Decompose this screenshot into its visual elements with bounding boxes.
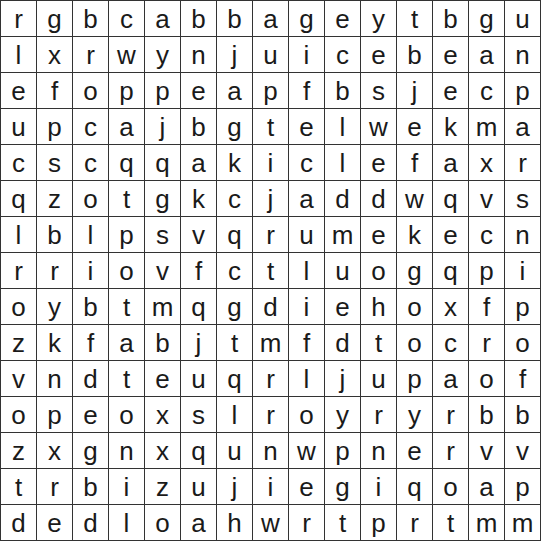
grid-cell[interactable]: e bbox=[397, 433, 432, 468]
grid-cell[interactable]: a bbox=[505, 109, 540, 144]
grid-cell[interactable]: p bbox=[505, 469, 540, 504]
grid-cell[interactable]: e bbox=[361, 37, 396, 72]
grid-cell[interactable]: c bbox=[289, 145, 324, 180]
grid-cell[interactable]: u bbox=[217, 433, 252, 468]
grid-cell[interactable]: r bbox=[253, 361, 288, 396]
grid-cell[interactable]: b bbox=[325, 73, 360, 108]
grid-cell[interactable]: x bbox=[145, 433, 180, 468]
grid-cell[interactable]: x bbox=[433, 289, 468, 324]
grid-cell[interactable]: q bbox=[217, 217, 252, 252]
grid-cell[interactable]: c bbox=[325, 37, 360, 72]
grid-cell[interactable]: r bbox=[1, 1, 36, 36]
grid-cell[interactable]: i bbox=[361, 469, 396, 504]
grid-cell[interactable]: b bbox=[145, 325, 180, 360]
grid-cell[interactable]: m bbox=[505, 505, 540, 540]
grid-cell[interactable]: a bbox=[289, 181, 324, 216]
grid-cell[interactable]: s bbox=[145, 217, 180, 252]
grid-cell[interactable]: t bbox=[433, 505, 468, 540]
grid-cell[interactable]: e bbox=[289, 109, 324, 144]
grid-cell[interactable]: r bbox=[289, 505, 324, 540]
grid-cell[interactable]: q bbox=[1, 181, 36, 216]
grid-cell[interactable]: x bbox=[469, 145, 504, 180]
grid-cell[interactable]: t bbox=[109, 181, 144, 216]
grid-cell[interactable]: p bbox=[109, 217, 144, 252]
grid-cell[interactable]: g bbox=[73, 433, 108, 468]
grid-cell[interactable]: k bbox=[37, 325, 72, 360]
grid-cell[interactable]: o bbox=[397, 325, 432, 360]
grid-cell[interactable]: d bbox=[73, 361, 108, 396]
grid-cell[interactable]: b bbox=[181, 1, 216, 36]
grid-cell[interactable]: r bbox=[37, 469, 72, 504]
grid-cell[interactable]: q bbox=[145, 145, 180, 180]
grid-cell[interactable]: c bbox=[1, 145, 36, 180]
grid-cell[interactable]: v bbox=[145, 253, 180, 288]
grid-cell[interactable]: o bbox=[469, 361, 504, 396]
grid-cell[interactable]: a bbox=[109, 325, 144, 360]
grid-cell[interactable]: j bbox=[217, 37, 252, 72]
grid-cell[interactable]: l bbox=[73, 217, 108, 252]
grid-cell[interactable]: b bbox=[73, 469, 108, 504]
grid-cell[interactable]: l bbox=[1, 217, 36, 252]
grid-cell[interactable]: a bbox=[181, 145, 216, 180]
grid-cell[interactable]: b bbox=[505, 397, 540, 432]
grid-cell[interactable]: a bbox=[181, 505, 216, 540]
grid-cell[interactable]: b bbox=[73, 289, 108, 324]
grid-cell[interactable]: j bbox=[181, 325, 216, 360]
grid-cell[interactable]: o bbox=[73, 181, 108, 216]
grid-cell[interactable]: a bbox=[433, 361, 468, 396]
grid-cell[interactable]: e bbox=[289, 469, 324, 504]
grid-cell[interactable]: r bbox=[1, 253, 36, 288]
grid-cell[interactable]: i bbox=[253, 145, 288, 180]
grid-cell[interactable]: r bbox=[433, 433, 468, 468]
grid-cell[interactable]: e bbox=[1, 73, 36, 108]
grid-cell[interactable]: t bbox=[361, 325, 396, 360]
grid-cell[interactable]: b bbox=[73, 1, 108, 36]
grid-cell[interactable]: e bbox=[433, 37, 468, 72]
grid-cell[interactable]: g bbox=[37, 1, 72, 36]
grid-cell[interactable]: c bbox=[469, 73, 504, 108]
grid-cell[interactable]: o bbox=[505, 325, 540, 360]
grid-cell[interactable]: f bbox=[181, 253, 216, 288]
grid-cell[interactable]: e bbox=[361, 217, 396, 252]
grid-cell[interactable]: f bbox=[397, 145, 432, 180]
grid-cell[interactable]: r bbox=[397, 505, 432, 540]
grid-cell[interactable]: i bbox=[289, 37, 324, 72]
grid-cell[interactable]: c bbox=[469, 217, 504, 252]
grid-cell[interactable]: c bbox=[73, 145, 108, 180]
grid-cell[interactable]: q bbox=[181, 289, 216, 324]
grid-cell[interactable]: u bbox=[1, 109, 36, 144]
grid-cell[interactable]: p bbox=[361, 505, 396, 540]
grid-cell[interactable]: w bbox=[253, 505, 288, 540]
grid-cell[interactable]: y bbox=[37, 289, 72, 324]
grid-cell[interactable]: g bbox=[145, 181, 180, 216]
grid-cell[interactable]: w bbox=[397, 181, 432, 216]
grid-cell[interactable]: s bbox=[361, 73, 396, 108]
grid-cell[interactable]: m bbox=[145, 289, 180, 324]
grid-cell[interactable]: e bbox=[361, 145, 396, 180]
grid-cell[interactable]: f bbox=[289, 73, 324, 108]
grid-cell[interactable]: r bbox=[253, 217, 288, 252]
grid-cell[interactable]: p bbox=[505, 289, 540, 324]
grid-cell[interactable]: f bbox=[469, 289, 504, 324]
grid-cell[interactable]: u bbox=[253, 37, 288, 72]
grid-cell[interactable]: e bbox=[325, 1, 360, 36]
grid-cell[interactable]: z bbox=[145, 469, 180, 504]
grid-cell[interactable]: g bbox=[469, 1, 504, 36]
grid-cell[interactable]: q bbox=[217, 361, 252, 396]
grid-cell[interactable]: g bbox=[325, 469, 360, 504]
grid-cell[interactable]: a bbox=[469, 469, 504, 504]
grid-cell[interactable]: w bbox=[361, 109, 396, 144]
grid-cell[interactable]: n bbox=[181, 37, 216, 72]
grid-cell[interactable]: g bbox=[217, 109, 252, 144]
grid-cell[interactable]: h bbox=[217, 505, 252, 540]
grid-cell[interactable]: n bbox=[505, 217, 540, 252]
grid-cell[interactable]: o bbox=[433, 469, 468, 504]
grid-cell[interactable]: i bbox=[109, 469, 144, 504]
grid-cell[interactable]: m bbox=[253, 325, 288, 360]
grid-cell[interactable]: o bbox=[109, 253, 144, 288]
grid-cell[interactable]: e bbox=[325, 289, 360, 324]
grid-cell[interactable]: y bbox=[397, 397, 432, 432]
grid-cell[interactable]: u bbox=[361, 361, 396, 396]
grid-cell[interactable]: l bbox=[325, 109, 360, 144]
grid-cell[interactable]: t bbox=[109, 289, 144, 324]
grid-cell[interactable]: q bbox=[109, 145, 144, 180]
grid-cell[interactable]: r bbox=[433, 397, 468, 432]
grid-cell[interactable]: a bbox=[469, 37, 504, 72]
grid-cell[interactable]: v bbox=[181, 217, 216, 252]
grid-cell[interactable]: a bbox=[217, 73, 252, 108]
grid-cell[interactable]: o bbox=[361, 253, 396, 288]
grid-cell[interactable]: u bbox=[325, 253, 360, 288]
grid-cell[interactable]: k bbox=[397, 217, 432, 252]
grid-cell[interactable]: g bbox=[289, 1, 324, 36]
grid-cell[interactable]: r bbox=[253, 397, 288, 432]
grid-cell[interactable]: y bbox=[145, 37, 180, 72]
grid-cell[interactable]: d bbox=[361, 181, 396, 216]
grid-cell[interactable]: a bbox=[253, 1, 288, 36]
grid-cell[interactable]: n bbox=[109, 433, 144, 468]
grid-cell[interactable]: q bbox=[181, 433, 216, 468]
grid-cell[interactable]: j bbox=[397, 73, 432, 108]
grid-cell[interactable]: o bbox=[109, 397, 144, 432]
grid-cell[interactable]: j bbox=[217, 469, 252, 504]
grid-cell[interactable]: z bbox=[1, 325, 36, 360]
grid-cell[interactable]: h bbox=[361, 289, 396, 324]
grid-cell[interactable]: t bbox=[397, 1, 432, 36]
grid-cell[interactable]: i bbox=[73, 253, 108, 288]
grid-cell[interactable]: c bbox=[217, 181, 252, 216]
grid-cell[interactable]: r bbox=[361, 397, 396, 432]
grid-cell[interactable]: q bbox=[433, 253, 468, 288]
grid-cell[interactable]: p bbox=[505, 73, 540, 108]
grid-cell[interactable]: v bbox=[469, 433, 504, 468]
grid-cell[interactable]: a bbox=[433, 145, 468, 180]
grid-cell[interactable]: e bbox=[397, 109, 432, 144]
grid-cell[interactable]: n bbox=[37, 361, 72, 396]
grid-cell[interactable]: o bbox=[397, 289, 432, 324]
grid-cell[interactable]: u bbox=[181, 361, 216, 396]
word-search-grid: rgbcabbageytbgulxrwynjuicebeanefoppeapfb… bbox=[0, 0, 541, 541]
grid-cell[interactable]: d bbox=[73, 505, 108, 540]
grid-cell[interactable]: p bbox=[469, 253, 504, 288]
grid-cell[interactable]: t bbox=[109, 361, 144, 396]
grid-cell[interactable]: n bbox=[361, 433, 396, 468]
grid-cell[interactable]: p bbox=[145, 73, 180, 108]
grid-cell[interactable]: b bbox=[217, 1, 252, 36]
grid-cell[interactable]: d bbox=[253, 289, 288, 324]
grid-cell[interactable]: b bbox=[433, 1, 468, 36]
grid-cell[interactable]: v bbox=[1, 361, 36, 396]
grid-cell[interactable]: c bbox=[433, 325, 468, 360]
grid-cell[interactable]: d bbox=[325, 181, 360, 216]
grid-cell[interactable]: p bbox=[397, 361, 432, 396]
grid-cell[interactable]: k bbox=[181, 181, 216, 216]
grid-cell[interactable]: v bbox=[505, 433, 540, 468]
grid-cell[interactable]: s bbox=[505, 181, 540, 216]
grid-cell[interactable]: r bbox=[37, 253, 72, 288]
grid-cell[interactable]: f bbox=[289, 325, 324, 360]
grid-cell[interactable]: n bbox=[505, 37, 540, 72]
grid-cell[interactable]: o bbox=[1, 397, 36, 432]
grid-cell[interactable]: l bbox=[1, 37, 36, 72]
grid-cell[interactable]: c bbox=[109, 1, 144, 36]
grid-cell[interactable]: b bbox=[469, 397, 504, 432]
grid-cell[interactable]: v bbox=[469, 181, 504, 216]
grid-cell[interactable]: k bbox=[217, 145, 252, 180]
grid-cell[interactable]: r bbox=[505, 145, 540, 180]
grid-cell[interactable]: x bbox=[145, 397, 180, 432]
grid-cell[interactable]: d bbox=[325, 325, 360, 360]
grid-cell[interactable]: o bbox=[73, 73, 108, 108]
grid-cell[interactable]: f bbox=[73, 325, 108, 360]
word-search-puzzle: rgbcabbageytbgulxrwynjuicebeanefoppeapfb… bbox=[0, 0, 541, 541]
grid-cell[interactable]: i bbox=[289, 289, 324, 324]
grid-cell[interactable]: t bbox=[253, 109, 288, 144]
grid-cell[interactable]: e bbox=[433, 73, 468, 108]
grid-cell[interactable]: x bbox=[37, 433, 72, 468]
grid-cell[interactable]: e bbox=[73, 397, 108, 432]
grid-cell[interactable]: e bbox=[433, 217, 468, 252]
grid-cell[interactable]: t bbox=[325, 505, 360, 540]
grid-cell[interactable]: p bbox=[253, 73, 288, 108]
grid-cell[interactable]: e bbox=[181, 73, 216, 108]
grid-cell[interactable]: f bbox=[37, 73, 72, 108]
grid-cell[interactable]: a bbox=[145, 1, 180, 36]
grid-cell[interactable]: j bbox=[253, 181, 288, 216]
grid-cell[interactable]: l bbox=[217, 397, 252, 432]
grid-cell[interactable]: l bbox=[289, 361, 324, 396]
grid-cell[interactable]: s bbox=[37, 145, 72, 180]
grid-cell[interactable]: o bbox=[145, 505, 180, 540]
grid-cell[interactable]: c bbox=[217, 253, 252, 288]
grid-cell[interactable]: w bbox=[109, 37, 144, 72]
grid-cell[interactable]: b bbox=[181, 109, 216, 144]
grid-cell[interactable]: y bbox=[361, 1, 396, 36]
grid-cell[interactable]: c bbox=[73, 109, 108, 144]
grid-cell[interactable]: x bbox=[37, 37, 72, 72]
grid-cell[interactable]: k bbox=[433, 109, 468, 144]
grid-cell[interactable]: m bbox=[469, 505, 504, 540]
grid-cell[interactable]: i bbox=[253, 469, 288, 504]
grid-cell[interactable]: j bbox=[325, 361, 360, 396]
grid-cell[interactable]: l bbox=[109, 505, 144, 540]
grid-cell[interactable]: s bbox=[181, 397, 216, 432]
grid-cell[interactable]: d bbox=[1, 505, 36, 540]
grid-cell[interactable]: p bbox=[37, 397, 72, 432]
grid-cell[interactable]: u bbox=[289, 217, 324, 252]
grid-cell[interactable]: q bbox=[433, 181, 468, 216]
grid-cell[interactable]: m bbox=[469, 109, 504, 144]
grid-cell[interactable]: r bbox=[73, 37, 108, 72]
grid-cell[interactable]: e bbox=[145, 361, 180, 396]
grid-cell[interactable]: z bbox=[37, 181, 72, 216]
grid-cell[interactable]: l bbox=[289, 253, 324, 288]
grid-cell[interactable]: p bbox=[325, 433, 360, 468]
grid-cell[interactable]: f bbox=[505, 361, 540, 396]
grid-cell[interactable]: r bbox=[469, 325, 504, 360]
grid-cell[interactable]: l bbox=[325, 145, 360, 180]
grid-cell[interactable]: p bbox=[109, 73, 144, 108]
grid-cell[interactable]: i bbox=[505, 253, 540, 288]
grid-cell[interactable]: m bbox=[325, 217, 360, 252]
grid-cell[interactable]: o bbox=[1, 289, 36, 324]
grid-cell[interactable]: g bbox=[217, 289, 252, 324]
grid-cell[interactable]: g bbox=[397, 253, 432, 288]
grid-cell[interactable]: t bbox=[1, 469, 36, 504]
grid-cell[interactable]: w bbox=[289, 433, 324, 468]
grid-cell[interactable]: b bbox=[37, 217, 72, 252]
grid-cell[interactable]: t bbox=[253, 253, 288, 288]
grid-cell[interactable]: e bbox=[37, 505, 72, 540]
grid-cell[interactable]: z bbox=[1, 433, 36, 468]
grid-cell[interactable]: b bbox=[397, 37, 432, 72]
grid-cell[interactable]: o bbox=[289, 397, 324, 432]
grid-cell[interactable]: j bbox=[145, 109, 180, 144]
grid-cell[interactable]: t bbox=[217, 325, 252, 360]
grid-cell[interactable]: q bbox=[397, 469, 432, 504]
grid-cell[interactable]: u bbox=[181, 469, 216, 504]
grid-cell[interactable]: u bbox=[505, 1, 540, 36]
grid-cell[interactable]: n bbox=[253, 433, 288, 468]
grid-cell[interactable]: p bbox=[37, 109, 72, 144]
grid-cell[interactable]: y bbox=[325, 397, 360, 432]
grid-cell[interactable]: a bbox=[109, 109, 144, 144]
